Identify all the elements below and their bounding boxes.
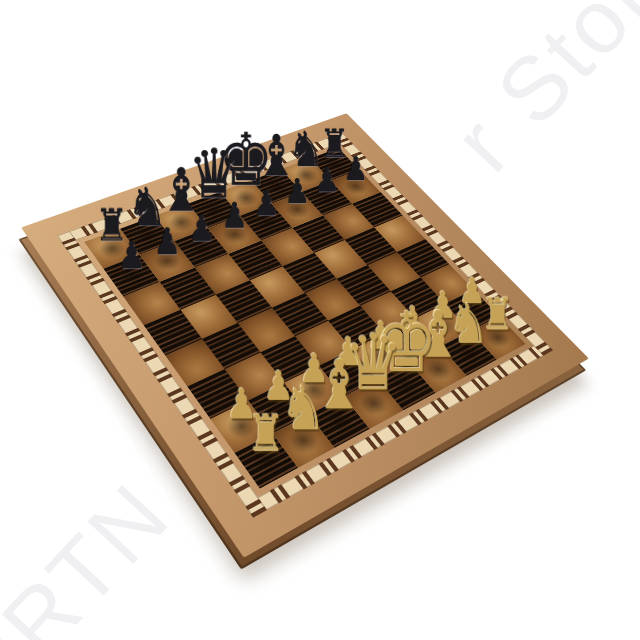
product-photo: MRTN r Store ♜♞♝♛♚♝♞♜♟♟♟♟♟♟♟♟♟♟♟♟♟♟♟♟♜♞♝… xyxy=(0,0,640,640)
watermark-fragment-left: MRTN xyxy=(0,463,190,640)
piece-black-pawn-a7[interactable]: ♟ xyxy=(100,238,164,276)
piece-white-rook-a1[interactable]: ♜ xyxy=(223,410,309,461)
